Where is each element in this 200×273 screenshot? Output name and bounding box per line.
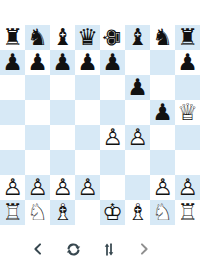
square-f6[interactable]: ♟ [125, 75, 150, 100]
square-c2[interactable]: ♟♙ [50, 175, 75, 200]
square-e8[interactable]: ♚ [100, 25, 125, 50]
square-b1[interactable]: ♞♘ [25, 200, 50, 225]
white-knight[interactable]: ♞♘ [25, 200, 50, 225]
square-c3[interactable] [50, 150, 75, 175]
white-pawn[interactable]: ♟♙ [125, 125, 150, 150]
black-pawn[interactable]: ♟ [100, 50, 125, 75]
white-pawn[interactable]: ♟♙ [150, 175, 175, 200]
white-bishop[interactable]: ♝♗ [50, 200, 75, 225]
square-d5[interactable] [75, 100, 100, 125]
square-d3[interactable] [75, 150, 100, 175]
square-d8[interactable]: ♛ [75, 25, 100, 50]
black-bishop[interactable]: ♝ [125, 25, 150, 50]
square-c7[interactable]: ♟ [50, 50, 75, 75]
black-rook[interactable]: ♜ [0, 25, 25, 50]
white-rook[interactable]: ♜♖ [175, 200, 200, 225]
black-rook[interactable]: ♜ [175, 25, 200, 50]
white-pawn[interactable]: ♟♙ [50, 175, 75, 200]
sync-icon [65, 241, 82, 258]
square-h5[interactable]: ♛♕ [175, 100, 200, 125]
forward-button[interactable] [134, 239, 154, 259]
square-f4[interactable]: ♟♙ [125, 125, 150, 150]
square-d2[interactable]: ♟♙ [75, 175, 100, 200]
white-pawn[interactable]: ♟♙ [175, 175, 200, 200]
black-pawn[interactable]: ♟ [0, 50, 25, 75]
chevron-right-icon [137, 241, 151, 257]
square-e7[interactable]: ♟ [100, 50, 125, 75]
square-h2[interactable]: ♟♙ [175, 175, 200, 200]
white-bishop[interactable]: ♝♗ [125, 200, 150, 225]
back-button[interactable] [28, 239, 48, 259]
square-b3[interactable] [25, 150, 50, 175]
square-h4[interactable] [175, 125, 200, 150]
square-e2[interactable] [100, 175, 125, 200]
white-pawn[interactable]: ♟♙ [75, 175, 100, 200]
square-g3[interactable] [150, 150, 175, 175]
black-pawn[interactable]: ♟ [125, 75, 150, 100]
square-c5[interactable] [50, 100, 75, 125]
square-d4[interactable] [75, 125, 100, 150]
square-g4[interactable] [150, 125, 175, 150]
square-d7[interactable]: ♟ [75, 50, 100, 75]
square-a1[interactable]: ♜♖ [0, 200, 25, 225]
toolbar [0, 225, 200, 273]
white-pawn[interactable]: ♟♙ [100, 125, 125, 150]
square-h1[interactable]: ♜♖ [175, 200, 200, 225]
square-g6[interactable] [150, 75, 175, 100]
square-b7[interactable]: ♟ [25, 50, 50, 75]
black-pawn[interactable]: ♟ [150, 100, 175, 125]
square-d1[interactable] [75, 200, 100, 225]
square-c8[interactable]: ♝ [50, 25, 75, 50]
square-a6[interactable] [0, 75, 25, 100]
square-c6[interactable] [50, 75, 75, 100]
white-rook[interactable]: ♜♖ [0, 200, 25, 225]
square-c1[interactable]: ♝♗ [50, 200, 75, 225]
square-e1[interactable]: ♚♔ [100, 200, 125, 225]
black-pawn[interactable]: ♟ [175, 50, 200, 75]
square-h6[interactable] [175, 75, 200, 100]
square-h8[interactable]: ♜ [175, 25, 200, 50]
square-a8[interactable]: ♜ [0, 25, 25, 50]
square-b8[interactable]: ♞ [25, 25, 50, 50]
black-pawn[interactable]: ♟ [50, 50, 75, 75]
square-f3[interactable] [125, 150, 150, 175]
square-b6[interactable] [25, 75, 50, 100]
square-h7[interactable]: ♟ [175, 50, 200, 75]
chevron-left-icon [31, 241, 45, 257]
black-king[interactable]: ♚ [100, 25, 125, 50]
square-g2[interactable]: ♟♙ [150, 175, 175, 200]
square-b4[interactable] [25, 125, 50, 150]
flip-moves-button[interactable] [99, 239, 119, 259]
black-knight[interactable]: ♞ [150, 25, 175, 50]
square-g5[interactable]: ♟ [150, 100, 175, 125]
chess-board: ♜♞♝♛♚♝♞♜♟♟♟♟♟♟♟♟♛♕♟♙♟♙♟♙♟♙♟♙♟♙♟♙♟♙♜♖♞♘♝♗… [0, 25, 200, 225]
square-h3[interactable] [175, 150, 200, 175]
black-pawn[interactable]: ♟ [75, 50, 100, 75]
square-a3[interactable] [0, 150, 25, 175]
square-e3[interactable] [100, 150, 125, 175]
square-e5[interactable] [100, 100, 125, 125]
white-knight[interactable]: ♞♘ [150, 200, 175, 225]
square-a4[interactable] [0, 125, 25, 150]
square-d6[interactable] [75, 75, 100, 100]
white-pawn[interactable]: ♟♙ [25, 175, 50, 200]
square-a7[interactable]: ♟ [0, 50, 25, 75]
black-knight[interactable]: ♞ [25, 25, 50, 50]
white-queen[interactable]: ♛♕ [175, 100, 200, 125]
square-f5[interactable] [125, 100, 150, 125]
square-b5[interactable] [25, 100, 50, 125]
square-e4[interactable]: ♟♙ [100, 125, 125, 150]
square-f8[interactable]: ♝ [125, 25, 150, 50]
square-f7[interactable] [125, 50, 150, 75]
square-g1[interactable]: ♞♘ [150, 200, 175, 225]
square-g7[interactable] [150, 50, 175, 75]
white-king[interactable]: ♚♔ [100, 200, 125, 225]
white-pawn[interactable]: ♟♙ [0, 175, 25, 200]
black-queen[interactable]: ♛ [75, 25, 100, 50]
square-g8[interactable]: ♞ [150, 25, 175, 50]
black-bishop[interactable]: ♝ [50, 25, 75, 50]
square-f1[interactable]: ♝♗ [125, 200, 150, 225]
square-c4[interactable] [50, 125, 75, 150]
black-pawn[interactable]: ♟ [25, 50, 50, 75]
square-e6[interactable] [100, 75, 125, 100]
square-a5[interactable] [0, 100, 25, 125]
arrows-up-down-icon [101, 241, 117, 258]
square-f2[interactable] [125, 175, 150, 200]
square-b2[interactable]: ♟♙ [25, 175, 50, 200]
reset-button[interactable] [63, 239, 83, 259]
square-a2[interactable]: ♟♙ [0, 175, 25, 200]
